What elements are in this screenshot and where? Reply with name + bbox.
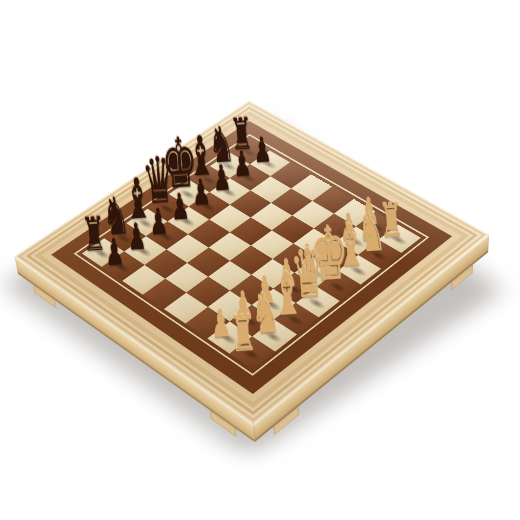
piece-black-pawn-f7[interactable]: ♟ — [211, 160, 232, 197]
piece-black-pawn-h7[interactable]: ♟ — [252, 132, 272, 168]
piece-black-pawn-b7[interactable]: ♟ — [126, 218, 147, 256]
piece-black-pawn-d7[interactable]: ♟ — [169, 189, 190, 226]
piece-black-pawn-c7[interactable]: ♟ — [148, 203, 169, 241]
box-foot — [210, 410, 237, 437]
chess-box-frame: ♜♟♟♜♞♟♟♞♝♟♟♝♚♟♟♚♛♟♟♛♝♟♟♝♞♟♟♞♜♟♟♜ — [15, 100, 489, 424]
scene-3d: ♜♟♟♜♞♟♟♞♝♟♟♝♚♟♟♚♛♟♟♛♝♟♟♝♞♟♟♞♜♟♟♜ — [0, 0, 520, 520]
box-foot — [273, 406, 299, 435]
box-foot — [451, 265, 473, 291]
square-a1[interactable]: ♜ — [230, 337, 275, 370]
box-foot — [33, 285, 57, 309]
piece-black-pawn-a7[interactable]: ♟ — [104, 233, 126, 271]
photo-backdrop: ♜♟♟♜♞♟♟♞♝♟♟♝♚♟♟♚♛♟♟♛♝♟♟♝♞♟♟♞♜♟♟♜ — [0, 0, 520, 520]
walnut-border-band: ♜♟♟♜♞♟♟♞♝♟♟♝♚♟♟♚♛♟♟♛♝♟♟♝♞♟♟♞♜♟♟♜ — [51, 121, 452, 394]
piece-white-rook-a1[interactable]: ♜ — [229, 308, 258, 359]
piece-black-pawn-g7[interactable]: ♟ — [232, 146, 252, 182]
square-c7[interactable]: ♟ — [146, 221, 188, 249]
piece-black-pawn-e7[interactable]: ♟ — [191, 174, 212, 211]
